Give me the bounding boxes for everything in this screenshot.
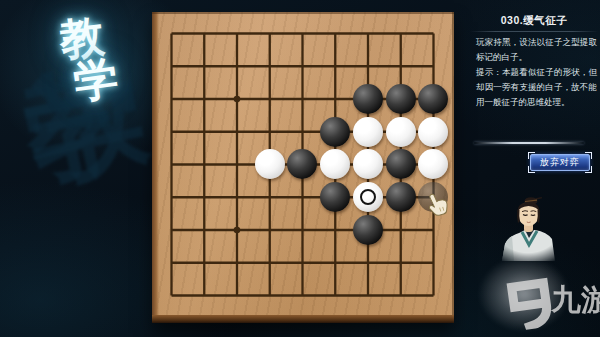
white-stone xyxy=(418,149,448,179)
watermark-logo-9-icon xyxy=(503,274,558,332)
title-underline xyxy=(470,31,598,32)
intersection-B2[interactable] xyxy=(188,246,221,279)
intersection-G1[interactable] xyxy=(352,279,385,312)
white-stone xyxy=(320,149,350,179)
intersection-G2[interactable] xyxy=(352,246,385,279)
intersection-F6[interactable] xyxy=(319,115,352,148)
intersection-D2[interactable] xyxy=(253,246,286,279)
intersection-A1[interactable] xyxy=(155,279,188,312)
intersection-H1[interactable] xyxy=(384,279,417,312)
intersection-A6[interactable] xyxy=(155,115,188,148)
intersection-F8[interactable] xyxy=(319,50,352,83)
intersection-C4[interactable] xyxy=(221,181,254,214)
intersection-G9[interactable] xyxy=(352,17,385,50)
intersection-H9[interactable] xyxy=(384,17,417,50)
corner-decoration xyxy=(528,152,535,159)
intersection-C2[interactable] xyxy=(221,246,254,279)
intersection-H4[interactable] xyxy=(384,181,417,214)
panel-divider xyxy=(474,142,584,144)
black-stone xyxy=(353,215,383,245)
black-stone xyxy=(386,149,416,179)
corner-decoration xyxy=(585,166,592,173)
intersection-F3[interactable] xyxy=(319,214,352,247)
intersection-F9[interactable] xyxy=(319,17,352,50)
corner-decoration xyxy=(528,166,535,173)
intersection-B3[interactable] xyxy=(188,214,221,247)
intersection-G6[interactable] xyxy=(352,115,385,148)
board-grid xyxy=(155,17,450,312)
intersection-J5[interactable] xyxy=(417,148,450,181)
intersection-A9[interactable] xyxy=(155,17,188,50)
intersection-J2[interactable] xyxy=(417,246,450,279)
intersection-D3[interactable] xyxy=(253,214,286,247)
give-up-button[interactable]: 放弃对弈 xyxy=(530,154,590,171)
intersection-E2[interactable] xyxy=(286,246,319,279)
intersection-E1[interactable] xyxy=(286,279,319,312)
intersection-H6[interactable] xyxy=(384,115,417,148)
intersection-G7[interactable] xyxy=(352,83,385,116)
white-stone xyxy=(353,149,383,179)
intersection-G8[interactable] xyxy=(352,50,385,83)
black-stone xyxy=(320,117,350,147)
intersection-D6[interactable] xyxy=(253,115,286,148)
intersection-H3[interactable] xyxy=(384,214,417,247)
watermark-logo-text: 九游 xyxy=(551,285,600,315)
intersection-A4[interactable] xyxy=(155,181,188,214)
intersection-C7[interactable] xyxy=(221,83,254,116)
intersection-H2[interactable] xyxy=(384,246,417,279)
intersection-B5[interactable] xyxy=(188,148,221,181)
intersection-C8[interactable] xyxy=(221,50,254,83)
black-stone xyxy=(418,84,448,114)
black-stone xyxy=(353,84,383,114)
intersection-E6[interactable] xyxy=(286,115,319,148)
intersection-F1[interactable] xyxy=(319,279,352,312)
intersection-D4[interactable] xyxy=(253,181,286,214)
intersection-F7[interactable] xyxy=(319,83,352,116)
intersection-C6[interactable] xyxy=(221,115,254,148)
intersection-G4[interactable] xyxy=(352,181,385,214)
intersection-A2[interactable] xyxy=(155,246,188,279)
intersection-B4[interactable] xyxy=(188,181,221,214)
marked-white-stone xyxy=(353,182,383,212)
intersection-A7[interactable] xyxy=(155,83,188,116)
intersection-A8[interactable] xyxy=(155,50,188,83)
intersection-J8[interactable] xyxy=(417,50,450,83)
intersection-J9[interactable] xyxy=(417,17,450,50)
intersection-C9[interactable] xyxy=(221,17,254,50)
lesson-title: 030.缓气征子 xyxy=(468,14,600,28)
white-stone xyxy=(386,117,416,147)
intersection-J7[interactable] xyxy=(417,83,450,116)
intersection-E7[interactable] xyxy=(286,83,319,116)
intersection-B1[interactable] xyxy=(188,279,221,312)
intersection-H7[interactable] xyxy=(384,83,417,116)
intersection-C5[interactable] xyxy=(221,148,254,181)
intersection-B7[interactable] xyxy=(188,83,221,116)
intersection-H5[interactable] xyxy=(384,148,417,181)
white-stone xyxy=(353,117,383,147)
black-stone xyxy=(386,84,416,114)
intersection-E4[interactable] xyxy=(286,181,319,214)
intersection-G3[interactable] xyxy=(352,214,385,247)
intersection-G5[interactable] xyxy=(352,148,385,181)
intersection-D9[interactable] xyxy=(253,17,286,50)
intersection-E9[interactable] xyxy=(286,17,319,50)
give-up-button-label: 放弃对弈 xyxy=(540,156,580,169)
intersection-A5[interactable] xyxy=(155,148,188,181)
intersection-E8[interactable] xyxy=(286,50,319,83)
intersection-D5[interactable] xyxy=(253,148,286,181)
intersection-J1[interactable] xyxy=(417,279,450,312)
intersection-C1[interactable] xyxy=(221,279,254,312)
intersection-F2[interactable] xyxy=(319,246,352,279)
intersection-D7[interactable] xyxy=(253,83,286,116)
board-edge xyxy=(152,315,454,323)
lesson-description: 玩家持黑，设法以征子之型提取标记的白子。 xyxy=(476,35,597,65)
intersection-D1[interactable] xyxy=(253,279,286,312)
intersection-B9[interactable] xyxy=(188,17,221,50)
intersection-B8[interactable] xyxy=(188,50,221,83)
lesson-hint: 提示：本题看似征子的形状，但却因一旁有支援的白子，故不能用一般征子的思维处理。 xyxy=(476,65,597,110)
watermark: 九游 xyxy=(478,250,600,337)
intersection-H8[interactable] xyxy=(384,50,417,83)
intersection-F5[interactable] xyxy=(319,148,352,181)
black-stone xyxy=(320,182,350,212)
corner-decoration xyxy=(585,152,592,159)
intersection-F4[interactable] xyxy=(319,181,352,214)
black-stone xyxy=(386,182,416,212)
intersection-E5[interactable] xyxy=(286,148,319,181)
white-stone xyxy=(255,149,285,179)
intersection-D8[interactable] xyxy=(253,50,286,83)
intersection-C3[interactable] xyxy=(221,214,254,247)
white-stone xyxy=(418,117,448,147)
intersection-A3[interactable] xyxy=(155,214,188,247)
banner-char-learn: 学 xyxy=(71,55,121,105)
game-screen: 教学 教 学 030.缓气征子 玩家持黑，设法以征子之型提取标记的白子。 提示：… xyxy=(0,0,600,337)
intersection-E3[interactable] xyxy=(286,214,319,247)
go-board xyxy=(152,12,454,323)
intersection-J6[interactable] xyxy=(417,115,450,148)
black-stone xyxy=(287,149,317,179)
intersection-B6[interactable] xyxy=(188,115,221,148)
